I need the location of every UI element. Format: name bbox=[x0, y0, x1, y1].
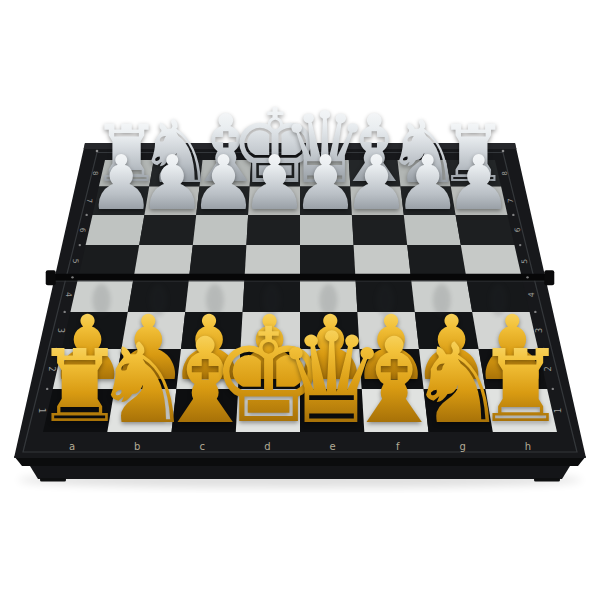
square-d5[interactable] bbox=[245, 245, 300, 277]
base-face bbox=[30, 466, 570, 479]
hinge-tab-right bbox=[544, 270, 554, 285]
square-b5[interactable] bbox=[134, 245, 193, 277]
rank-label-left-6: 6 bbox=[78, 228, 87, 233]
rank-label-right-5: 5 bbox=[520, 259, 529, 264]
chess-set-photo: abcdefgh1122334455667788 ♜♞♝♚♛♝♞♜♟♟♟♟♟♟♟… bbox=[0, 0, 600, 600]
piece-silver-pawn-h7[interactable]: ♟ bbox=[445, 140, 513, 227]
piece-gold-rook-h1[interactable]: ♜ bbox=[476, 329, 566, 445]
square-f5[interactable] bbox=[354, 245, 411, 277]
square-g5[interactable] bbox=[407, 245, 466, 277]
hinge-seam bbox=[55, 274, 546, 281]
square-e5[interactable] bbox=[300, 245, 355, 277]
rank-label-left-5: 5 bbox=[71, 259, 80, 264]
rank-label-right-6: 6 bbox=[513, 227, 522, 232]
board-base-side bbox=[14, 456, 586, 482]
square-a5[interactable] bbox=[78, 245, 139, 277]
square-h5[interactable] bbox=[461, 245, 522, 277]
square-c5[interactable] bbox=[189, 245, 246, 277]
hinge-tab-left bbox=[46, 270, 56, 285]
